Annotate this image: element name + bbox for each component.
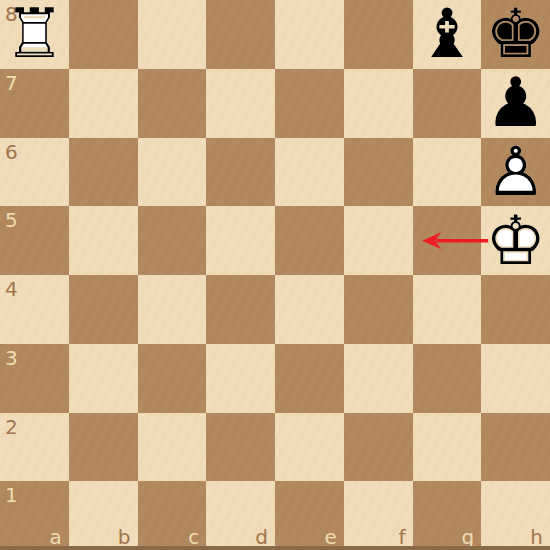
square-a3[interactable]: 3 [0,344,69,413]
square-c8[interactable] [138,0,207,69]
square-d4[interactable] [206,275,275,344]
square-b7[interactable] [69,69,138,138]
square-b6[interactable] [69,138,138,207]
square-c5[interactable] [138,206,207,275]
square-b5[interactable] [69,206,138,275]
square-a8[interactable]: 8♜♖ [0,0,69,69]
rank-label-3: 3 [5,348,18,368]
piece-outline-layer: ♝ [416,0,477,68]
square-e6[interactable] [275,138,344,207]
square-c3[interactable] [138,344,207,413]
white-rook-a8[interactable]: ♜♖ [0,0,69,69]
square-f1[interactable]: f [344,481,413,550]
square-g8[interactable]: ♗♝ [413,0,482,69]
square-c7[interactable] [138,69,207,138]
square-f4[interactable] [344,275,413,344]
square-a5[interactable]: 5 [0,206,69,275]
square-f5[interactable] [344,206,413,275]
square-d3[interactable] [206,344,275,413]
square-f6[interactable] [344,138,413,207]
square-h5[interactable]: ♚♔ [481,206,550,275]
board-bottom-edge [0,546,550,550]
square-f2[interactable] [344,413,413,482]
square-e7[interactable] [275,69,344,138]
piece-outline-layer: ♙ [485,138,546,206]
rank-label-2: 2 [5,417,18,437]
square-h1[interactable]: h [481,481,550,550]
square-c6[interactable] [138,138,207,207]
rank-label-7: 7 [5,73,18,93]
square-h7[interactable]: ♙♟ [481,69,550,138]
square-g6[interactable] [413,138,482,207]
file-label-h: h [530,527,543,547]
square-g7[interactable] [413,69,482,138]
piece-outline-layer: ♖ [4,0,65,68]
piece-outline-layer: ♚ [485,0,546,68]
square-e3[interactable] [275,344,344,413]
square-e4[interactable] [275,275,344,344]
file-label-g: g [462,527,475,547]
square-c2[interactable] [138,413,207,482]
square-a1[interactable]: 1a [0,481,69,550]
chess-board-container: 8♜♖♗♝♔♚7♙♟6♟♙5♚♔4321abcdefgh [0,0,550,550]
square-a4[interactable]: 4 [0,275,69,344]
rank-label-6: 6 [5,142,18,162]
square-d8[interactable] [206,0,275,69]
white-pawn-h6[interactable]: ♟♙ [481,138,550,207]
file-label-b: b [118,527,131,547]
black-king-h8[interactable]: ♔♚ [481,0,550,69]
square-g1[interactable]: g [413,481,482,550]
square-d7[interactable] [206,69,275,138]
square-d2[interactable] [206,413,275,482]
square-f7[interactable] [344,69,413,138]
square-a7[interactable]: 7 [0,69,69,138]
square-b2[interactable] [69,413,138,482]
square-e5[interactable] [275,206,344,275]
square-f3[interactable] [344,344,413,413]
square-e1[interactable]: e [275,481,344,550]
piece-outline-layer: ♟ [485,69,546,137]
square-c1[interactable]: c [138,481,207,550]
file-label-d: d [255,527,268,547]
square-h3[interactable] [481,344,550,413]
piece-outline-layer: ♔ [485,207,546,275]
square-e8[interactable] [275,0,344,69]
white-king-h5[interactable]: ♚♔ [481,206,550,275]
square-e2[interactable] [275,413,344,482]
file-label-f: f [398,527,405,547]
square-b4[interactable] [69,275,138,344]
rank-label-1: 1 [5,485,18,505]
square-b8[interactable] [69,0,138,69]
chess-board: 8♜♖♗♝♔♚7♙♟6♟♙5♚♔4321abcdefgh [0,0,550,550]
square-a2[interactable]: 2 [0,413,69,482]
square-g4[interactable] [413,275,482,344]
square-b1[interactable]: b [69,481,138,550]
square-a6[interactable]: 6 [0,138,69,207]
black-bishop-g8[interactable]: ♗♝ [413,0,482,69]
square-h2[interactable] [481,413,550,482]
file-label-c: c [188,527,199,547]
black-pawn-h7[interactable]: ♙♟ [481,69,550,138]
rank-label-5: 5 [5,210,18,230]
square-h4[interactable] [481,275,550,344]
square-g3[interactable] [413,344,482,413]
file-label-a: a [49,527,61,547]
square-d5[interactable] [206,206,275,275]
square-g2[interactable] [413,413,482,482]
square-c4[interactable] [138,275,207,344]
rank-label-4: 4 [5,279,18,299]
square-g5[interactable] [413,206,482,275]
square-d1[interactable]: d [206,481,275,550]
square-b3[interactable] [69,344,138,413]
square-h8[interactable]: ♔♚ [481,0,550,69]
square-d6[interactable] [206,138,275,207]
file-label-e: e [324,527,336,547]
square-f8[interactable] [344,0,413,69]
square-h6[interactable]: ♟♙ [481,138,550,207]
